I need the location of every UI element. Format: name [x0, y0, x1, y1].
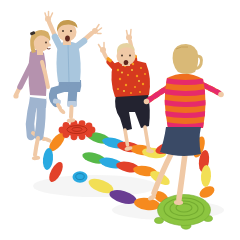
boy-standing-shin	[71, 107, 72, 117]
boy-left-fingers	[45, 12, 53, 19]
boy-standing-leg	[72, 88, 73, 102]
girl-left-eye	[45, 42, 47, 44]
round-connector	[73, 171, 88, 183]
boy-eye-right	[70, 30, 72, 32]
child-toddler	[99, 30, 155, 154]
girl-right-skirt	[160, 127, 201, 156]
boy-eye-left	[62, 30, 64, 32]
girl-left-mouth	[47, 49, 50, 50]
girl-right-left-hand	[144, 99, 150, 105]
girl-left-hand	[13, 93, 18, 98]
girl-left-front-shin	[35, 138, 38, 155]
product-photo	[0, 0, 240, 240]
toddler-shirt	[111, 60, 150, 97]
stepping-disc	[59, 120, 96, 140]
toddler-eye-right	[129, 55, 131, 57]
girl-right-right-leg	[179, 154, 185, 199]
boy-open-mouth	[65, 36, 70, 42]
turtle-shell	[158, 195, 211, 226]
girl-left-front-foot	[32, 155, 41, 160]
toddler-open-mouth	[124, 60, 129, 65]
toddler-left-shin	[125, 130, 128, 145]
toddler-right-shin	[145, 127, 149, 148]
toddler-eye-left	[121, 55, 123, 57]
balance-toy-scene	[0, 0, 240, 240]
girl-right-right-hand	[218, 92, 224, 98]
girl-left-nose	[48, 43, 51, 46]
boy-raised-shin	[58, 105, 60, 108]
child-girl-left	[13, 30, 52, 161]
child-boy	[45, 12, 102, 124]
